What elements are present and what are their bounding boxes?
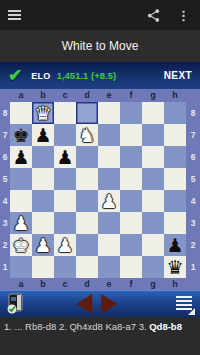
square-b7[interactable]: ♟ — [32, 124, 54, 146]
rank-label-1: 1 — [186, 256, 200, 278]
square-g4[interactable] — [142, 190, 164, 212]
square-f6[interactable] — [120, 146, 142, 168]
next-button[interactable]: NEXT — [164, 70, 192, 81]
white-king-piece: ♚ — [12, 234, 29, 256]
move-history-text: 1. ... Rb8-d8 2. Qh4xd8 Ka8-a7 3. — [4, 321, 149, 332]
file-label-b: b — [32, 89, 54, 102]
status-bar: ✔ ELO 1,451.1 (+8.5) NEXT — [0, 62, 200, 89]
current-move: Qd8-b8 — [149, 321, 182, 332]
square-h5[interactable] — [164, 168, 186, 190]
page-title: White to Move — [62, 39, 139, 53]
square-c1[interactable] — [54, 256, 76, 278]
square-f2[interactable] — [120, 234, 142, 256]
square-c6[interactable]: ♟ — [54, 146, 76, 168]
square-d1[interactable] — [76, 256, 98, 278]
square-a8[interactable] — [10, 102, 32, 124]
black-pawn-piece: ♟ — [12, 146, 29, 168]
rank-label-8: 8 — [0, 102, 10, 124]
square-e5[interactable] — [98, 168, 120, 190]
square-e1[interactable] — [98, 256, 120, 278]
square-f7[interactable] — [120, 124, 142, 146]
square-b6[interactable] — [32, 146, 54, 168]
square-f3[interactable] — [120, 212, 142, 234]
square-b1[interactable] — [32, 256, 54, 278]
square-e7[interactable] — [98, 124, 120, 146]
next-move-button[interactable] — [101, 294, 117, 314]
move-history: 1. ... Rb8-d8 2. Qh4xd8 Ka8-a7 3. Qd8-b8 — [0, 317, 200, 336]
square-b4[interactable] — [32, 190, 54, 212]
rank-label-6: 6 — [0, 146, 10, 168]
controls-bar — [0, 290, 200, 317]
file-label-h: h — [164, 89, 186, 102]
square-b5[interactable] — [32, 168, 54, 190]
file-label-f: f — [120, 89, 142, 102]
elo-label: ELO — [31, 71, 50, 81]
square-g8[interactable] — [142, 102, 164, 124]
white-queen-piece: ♛ — [34, 102, 51, 124]
rank-label-5: 5 — [0, 168, 10, 190]
square-e4[interactable]: ♟ — [98, 190, 120, 212]
square-h6[interactable] — [164, 146, 186, 168]
square-d6[interactable] — [76, 146, 98, 168]
square-f5[interactable] — [120, 168, 142, 190]
square-b2[interactable]: ♟ — [32, 234, 54, 256]
overflow-menu-icon[interactable]: ⋮ — [175, 8, 192, 23]
black-king-piece: ♚ — [12, 124, 29, 146]
square-h3[interactable] — [164, 212, 186, 234]
square-g5[interactable] — [142, 168, 164, 190]
square-a2[interactable]: ♚ — [10, 234, 32, 256]
file-labels-bottom: abcdefgh — [0, 278, 200, 290]
square-h1[interactable]: ♛ — [164, 256, 186, 278]
square-a7[interactable]: ♚ — [10, 124, 32, 146]
square-b8[interactable]: ♛ — [32, 102, 54, 124]
rank-label-3: 3 — [186, 212, 200, 234]
rank-label-2: 2 — [186, 234, 200, 256]
rank-label-5: 5 — [186, 168, 200, 190]
square-h8[interactable] — [164, 102, 186, 124]
square-c7[interactable] — [54, 124, 76, 146]
square-a3[interactable]: ♟ — [10, 212, 32, 234]
black-pawn-piece: ♟ — [166, 234, 183, 256]
chess-board-area: abcdefgh 87654321 ♛♚♟♞♟♟♟♟♚♟♟♟♛ 87654321… — [0, 89, 200, 290]
square-a6[interactable]: ♟ — [10, 146, 32, 168]
square-d8[interactable] — [76, 102, 98, 124]
previous-move-button[interactable] — [76, 294, 92, 314]
share-icon[interactable] — [146, 8, 161, 23]
square-a1[interactable] — [10, 256, 32, 278]
file-labels-top: abcdefgh — [0, 89, 200, 102]
square-f4[interactable] — [120, 190, 142, 212]
black-queen-piece: ♛ — [166, 256, 183, 278]
rank-label-1: 1 — [0, 256, 10, 278]
square-e8[interactable] — [98, 102, 120, 124]
move-navigation — [76, 294, 117, 314]
square-h7[interactable] — [164, 124, 186, 146]
file-label-c: c — [54, 89, 76, 102]
square-c4[interactable] — [54, 190, 76, 212]
engine-analysis-button[interactable] — [6, 293, 26, 315]
square-e2[interactable] — [98, 234, 120, 256]
square-f1[interactable] — [120, 256, 142, 278]
move-list-button[interactable] — [176, 296, 194, 312]
square-f8[interactable] — [120, 102, 142, 124]
square-c8[interactable] — [54, 102, 76, 124]
rank-labels-left: 87654321 — [0, 102, 10, 278]
elo-value: 1,451.1 (+8.5) — [57, 70, 116, 81]
hamburger-menu-icon[interactable] — [8, 10, 21, 20]
file-label-a: a — [10, 89, 32, 102]
square-e3[interactable] — [98, 212, 120, 234]
square-d7[interactable]: ♞ — [76, 124, 98, 146]
square-a4[interactable] — [10, 190, 32, 212]
rank-label-7: 7 — [186, 124, 200, 146]
square-d3[interactable] — [76, 212, 98, 234]
square-g6[interactable] — [142, 146, 164, 168]
square-c5[interactable] — [54, 168, 76, 190]
file-label-d: d — [76, 89, 98, 102]
title-bar: White to Move — [0, 30, 200, 62]
square-e6[interactable] — [98, 146, 120, 168]
square-g3[interactable] — [142, 212, 164, 234]
board: ♛♚♟♞♟♟♟♟♚♟♟♟♛ — [10, 102, 186, 278]
white-knight-piece: ♞ — [78, 124, 95, 146]
rank-label-4: 4 — [186, 190, 200, 212]
square-d2[interactable] — [76, 234, 98, 256]
rank-label-3: 3 — [0, 212, 10, 234]
white-pawn-piece: ♟ — [56, 234, 73, 256]
rank-label-6: 6 — [186, 146, 200, 168]
rank-label-4: 4 — [0, 190, 10, 212]
rank-labels-right: 87654321 — [186, 102, 200, 278]
square-c3[interactable] — [54, 212, 76, 234]
black-pawn-piece: ♟ — [34, 124, 51, 146]
top-app-bar: ⋮ — [0, 0, 200, 30]
white-pawn-piece: ♟ — [34, 234, 51, 256]
rank-label-2: 2 — [0, 234, 10, 256]
file-label-e: e — [98, 89, 120, 102]
square-g7[interactable] — [142, 124, 164, 146]
square-h2[interactable]: ♟ — [164, 234, 186, 256]
rank-label-8: 8 — [186, 102, 200, 124]
white-pawn-piece: ♟ — [12, 212, 29, 234]
solved-check-icon: ✔ — [8, 67, 22, 84]
square-h4[interactable] — [164, 190, 186, 212]
file-label-g: g — [142, 89, 164, 102]
square-d4[interactable] — [76, 190, 98, 212]
black-pawn-piece: ♟ — [56, 146, 73, 168]
square-d5[interactable] — [76, 168, 98, 190]
square-b3[interactable] — [32, 212, 54, 234]
rank-label-7: 7 — [0, 124, 10, 146]
square-a5[interactable] — [10, 168, 32, 190]
square-c2[interactable]: ♟ — [54, 234, 76, 256]
square-g1[interactable] — [142, 256, 164, 278]
white-pawn-piece: ♟ — [100, 190, 117, 212]
square-g2[interactable] — [142, 234, 164, 256]
